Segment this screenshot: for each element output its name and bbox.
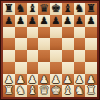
white-pawn-icon[interactable]: ♟ [27, 74, 39, 86]
square-a3[interactable] [3, 62, 15, 74]
square-c4[interactable] [27, 50, 39, 62]
black-queen-icon[interactable]: ♛ [38, 3, 50, 15]
chess-app: ♜♞♝♛♚♝♞♜♟♟♟♟♟♟♟♟♟♟♟♟♟♟♟♟♜♞♝♛♚♝♞♜ [0, 0, 100, 100]
chess-board: ♜♞♝♛♚♝♞♜♟♟♟♟♟♟♟♟♟♟♟♟♟♟♟♟♜♞♝♛♚♝♞♜ [3, 3, 97, 97]
black-pawn-icon[interactable]: ♟ [38, 15, 50, 27]
square-h7[interactable]: ♟ [85, 15, 97, 27]
black-king-icon[interactable]: ♚ [50, 3, 62, 15]
square-d2[interactable]: ♟ [38, 74, 50, 86]
square-f8[interactable]: ♝ [62, 3, 74, 15]
square-a2[interactable]: ♟ [3, 74, 15, 86]
square-a8[interactable]: ♜ [3, 3, 15, 15]
square-f7[interactable]: ♟ [62, 15, 74, 27]
square-c7[interactable]: ♟ [27, 15, 39, 27]
black-pawn-icon[interactable]: ♟ [27, 15, 39, 27]
square-c5[interactable] [27, 38, 39, 50]
white-pawn-icon[interactable]: ♟ [50, 74, 62, 86]
square-h8[interactable]: ♜ [85, 3, 97, 15]
square-c1[interactable]: ♝ [27, 85, 39, 97]
square-e2[interactable]: ♟ [50, 74, 62, 86]
white-pawn-icon[interactable]: ♟ [62, 74, 74, 86]
white-pawn-icon[interactable]: ♟ [38, 74, 50, 86]
square-f1[interactable]: ♝ [62, 85, 74, 97]
black-knight-icon[interactable]: ♞ [15, 3, 27, 15]
black-pawn-icon[interactable]: ♟ [15, 15, 27, 27]
square-c3[interactable] [27, 62, 39, 74]
black-bishop-icon[interactable]: ♝ [62, 3, 74, 15]
square-d3[interactable] [38, 62, 50, 74]
square-h3[interactable] [85, 62, 97, 74]
square-f3[interactable] [62, 62, 74, 74]
square-d1[interactable]: ♛ [38, 85, 50, 97]
square-g7[interactable]: ♟ [74, 15, 86, 27]
square-f4[interactable] [62, 50, 74, 62]
black-rook-icon[interactable]: ♜ [85, 3, 97, 15]
square-e5[interactable] [50, 38, 62, 50]
black-pawn-icon[interactable]: ♟ [85, 15, 97, 27]
square-b1[interactable]: ♞ [15, 85, 27, 97]
square-a5[interactable] [3, 38, 15, 50]
square-e4[interactable] [50, 50, 62, 62]
white-pawn-icon[interactable]: ♟ [15, 74, 27, 86]
white-knight-icon[interactable]: ♞ [74, 85, 86, 97]
black-rook-icon[interactable]: ♜ [3, 3, 15, 15]
white-queen-icon[interactable]: ♛ [38, 85, 50, 97]
square-g4[interactable] [74, 50, 86, 62]
square-g1[interactable]: ♞ [74, 85, 86, 97]
square-f5[interactable] [62, 38, 74, 50]
white-rook-icon[interactable]: ♜ [3, 85, 15, 97]
square-d6[interactable] [38, 27, 50, 39]
black-pawn-icon[interactable]: ♟ [74, 15, 86, 27]
black-knight-icon[interactable]: ♞ [74, 3, 86, 15]
square-b2[interactable]: ♟ [15, 74, 27, 86]
square-d5[interactable] [38, 38, 50, 50]
white-knight-icon[interactable]: ♞ [15, 85, 27, 97]
square-d4[interactable] [38, 50, 50, 62]
white-pawn-icon[interactable]: ♟ [3, 74, 15, 86]
square-a4[interactable] [3, 50, 15, 62]
square-e6[interactable] [50, 27, 62, 39]
square-g6[interactable] [74, 27, 86, 39]
square-h1[interactable]: ♜ [85, 85, 97, 97]
black-pawn-icon[interactable]: ♟ [3, 15, 15, 27]
black-pawn-icon[interactable]: ♟ [50, 15, 62, 27]
square-d8[interactable]: ♛ [38, 3, 50, 15]
square-e8[interactable]: ♚ [50, 3, 62, 15]
board-frame: ♜♞♝♛♚♝♞♜♟♟♟♟♟♟♟♟♟♟♟♟♟♟♟♟♜♞♝♛♚♝♞♜ [0, 0, 100, 100]
square-c2[interactable]: ♟ [27, 74, 39, 86]
white-rook-icon[interactable]: ♜ [85, 85, 97, 97]
square-h4[interactable] [85, 50, 97, 62]
white-pawn-icon[interactable]: ♟ [74, 74, 86, 86]
square-a6[interactable] [3, 27, 15, 39]
square-f6[interactable] [62, 27, 74, 39]
square-a1[interactable]: ♜ [3, 85, 15, 97]
white-bishop-icon[interactable]: ♝ [27, 85, 39, 97]
black-bishop-icon[interactable]: ♝ [27, 3, 39, 15]
square-e7[interactable]: ♟ [50, 15, 62, 27]
square-c6[interactable] [27, 27, 39, 39]
square-b5[interactable] [15, 38, 27, 50]
square-d7[interactable]: ♟ [38, 15, 50, 27]
square-h2[interactable]: ♟ [85, 74, 97, 86]
white-king-icon[interactable]: ♚ [50, 85, 62, 97]
square-e1[interactable]: ♚ [50, 85, 62, 97]
square-b4[interactable] [15, 50, 27, 62]
square-e3[interactable] [50, 62, 62, 74]
square-b3[interactable] [15, 62, 27, 74]
square-b6[interactable] [15, 27, 27, 39]
square-h6[interactable] [85, 27, 97, 39]
square-g8[interactable]: ♞ [74, 3, 86, 15]
square-f2[interactable]: ♟ [62, 74, 74, 86]
square-c8[interactable]: ♝ [27, 3, 39, 15]
square-g5[interactable] [74, 38, 86, 50]
square-g2[interactable]: ♟ [74, 74, 86, 86]
black-pawn-icon[interactable]: ♟ [62, 15, 74, 27]
white-pawn-icon[interactable]: ♟ [85, 74, 97, 86]
square-h5[interactable] [85, 38, 97, 50]
white-bishop-icon[interactable]: ♝ [62, 85, 74, 97]
square-g3[interactable] [74, 62, 86, 74]
square-b8[interactable]: ♞ [15, 3, 27, 15]
square-a7[interactable]: ♟ [3, 15, 15, 27]
square-b7[interactable]: ♟ [15, 15, 27, 27]
